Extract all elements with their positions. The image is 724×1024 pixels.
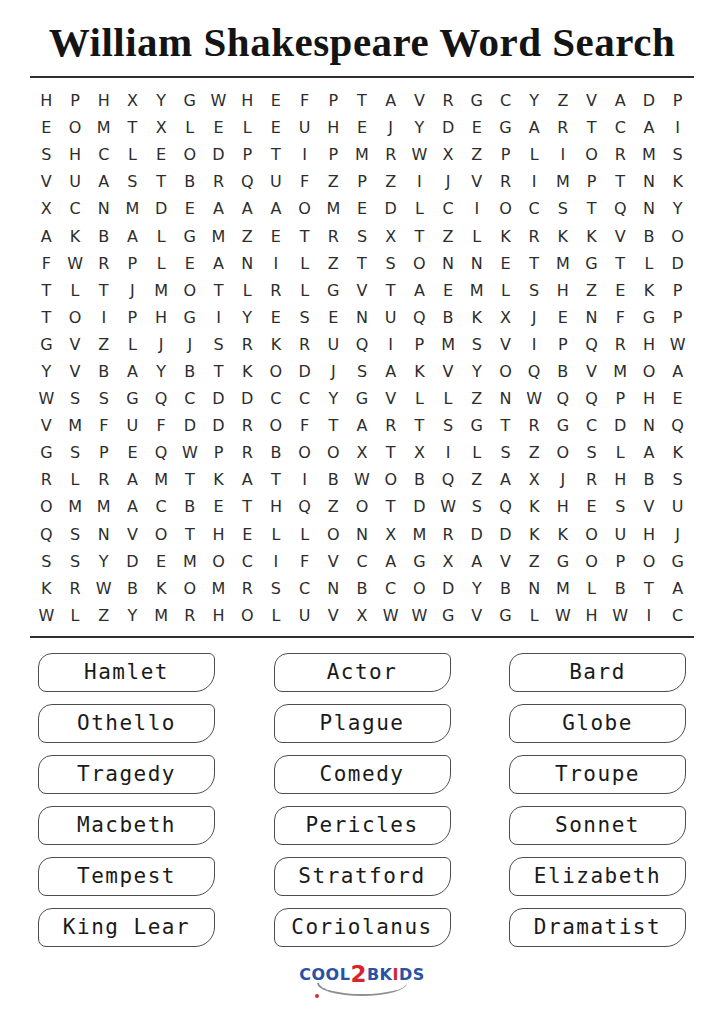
grid-cell[interactable]: B xyxy=(319,466,348,493)
grid-cell[interactable]: B xyxy=(549,358,578,385)
grid-cell[interactable]: S xyxy=(118,168,147,195)
grid-cell[interactable]: M xyxy=(61,493,90,520)
grid-cell[interactable]: G xyxy=(405,548,434,575)
grid-cell[interactable]: L xyxy=(405,385,434,412)
grid-cell[interactable]: H xyxy=(233,87,262,114)
grid-cell[interactable]: S xyxy=(577,439,606,466)
grid-cell[interactable]: G xyxy=(175,222,204,249)
grid-cell[interactable]: N xyxy=(635,168,664,195)
grid-cell[interactable]: D xyxy=(434,575,463,602)
grid-cell[interactable]: Y xyxy=(462,358,491,385)
grid-cell[interactable]: H xyxy=(204,521,233,548)
grid-cell[interactable]: D xyxy=(204,141,233,168)
grid-cell[interactable]: F xyxy=(290,168,319,195)
grid-cell[interactable]: A xyxy=(118,222,147,249)
grid-cell[interactable]: H xyxy=(577,602,606,629)
grid-cell[interactable]: L xyxy=(118,141,147,168)
grid-cell[interactable]: T xyxy=(118,114,147,141)
grid-cell[interactable]: R xyxy=(204,168,233,195)
grid-cell[interactable]: V xyxy=(577,87,606,114)
grid-cell[interactable]: L xyxy=(434,385,463,412)
grid-cell[interactable]: G xyxy=(577,250,606,277)
grid-cell[interactable]: W xyxy=(175,439,204,466)
grid-cell[interactable]: X xyxy=(405,439,434,466)
word-chip-troupe[interactable]: Troupe xyxy=(509,755,686,794)
grid-cell[interactable]: R xyxy=(32,466,61,493)
grid-cell[interactable]: Z xyxy=(434,222,463,249)
grid-cell[interactable]: V xyxy=(32,412,61,439)
grid-cell[interactable]: Z xyxy=(89,331,118,358)
grid-cell[interactable]: Q xyxy=(290,493,319,520)
grid-cell[interactable]: N xyxy=(520,575,549,602)
grid-cell[interactable]: Y xyxy=(405,114,434,141)
grid-cell[interactable]: C xyxy=(491,87,520,114)
grid-cell[interactable]: L xyxy=(290,250,319,277)
grid-cell[interactable]: E xyxy=(32,114,61,141)
grid-cell[interactable]: A xyxy=(118,358,147,385)
grid-cell[interactable]: Y xyxy=(147,358,176,385)
grid-cell[interactable]: Z xyxy=(462,466,491,493)
grid-cell[interactable]: O xyxy=(290,195,319,222)
grid-cell[interactable]: A xyxy=(376,548,405,575)
grid-cell[interactable]: T xyxy=(348,87,377,114)
grid-cell[interactable]: I xyxy=(262,548,291,575)
grid-cell[interactable]: O xyxy=(635,358,664,385)
grid-cell[interactable]: A xyxy=(233,195,262,222)
grid-cell[interactable]: V xyxy=(635,493,664,520)
word-chip-actor[interactable]: Actor xyxy=(274,653,451,692)
grid-cell[interactable]: P xyxy=(61,87,90,114)
grid-cell[interactable]: C xyxy=(348,548,377,575)
grid-cell[interactable]: W xyxy=(606,602,635,629)
grid-cell[interactable]: D xyxy=(606,412,635,439)
grid-cell[interactable]: I xyxy=(549,141,578,168)
grid-cell[interactable]: A xyxy=(204,250,233,277)
grid-cell[interactable]: M xyxy=(405,521,434,548)
grid-cell[interactable]: G xyxy=(549,412,578,439)
grid-cell[interactable]: C xyxy=(147,493,176,520)
grid-cell[interactable]: N xyxy=(635,195,664,222)
grid-cell[interactable]: H xyxy=(606,466,635,493)
grid-cell[interactable]: B xyxy=(635,222,664,249)
grid-cell[interactable]: M xyxy=(147,277,176,304)
grid-cell[interactable]: Q xyxy=(405,304,434,331)
grid-cell[interactable]: I xyxy=(520,331,549,358)
word-chip-coriolanus[interactable]: Coriolanus xyxy=(274,908,451,947)
grid-cell[interactable]: R xyxy=(233,575,262,602)
grid-cell[interactable]: L xyxy=(520,602,549,629)
grid-cell[interactable]: T xyxy=(635,575,664,602)
grid-cell[interactable]: Y xyxy=(520,87,549,114)
grid-cell[interactable]: M xyxy=(61,412,90,439)
grid-cell[interactable]: S xyxy=(89,385,118,412)
grid-cell[interactable]: T xyxy=(319,412,348,439)
grid-cell[interactable]: Q xyxy=(577,331,606,358)
grid-cell[interactable]: L xyxy=(147,250,176,277)
grid-cell[interactable]: N xyxy=(233,250,262,277)
grid-cell[interactable]: R xyxy=(606,141,635,168)
grid-cell[interactable]: H xyxy=(147,304,176,331)
grid-cell[interactable]: E xyxy=(262,87,291,114)
grid-cell[interactable]: G xyxy=(32,439,61,466)
grid-cell[interactable]: E xyxy=(147,548,176,575)
grid-cell[interactable]: M xyxy=(635,141,664,168)
grid-cell[interactable]: G xyxy=(319,277,348,304)
grid-cell[interactable]: A xyxy=(376,358,405,385)
grid-cell[interactable]: N xyxy=(89,521,118,548)
word-chip-tempest[interactable]: Tempest xyxy=(38,857,215,896)
grid-cell[interactable]: E xyxy=(262,222,291,249)
grid-cell[interactable]: B xyxy=(89,222,118,249)
grid-cell[interactable]: O xyxy=(348,493,377,520)
grid-cell[interactable]: T xyxy=(405,222,434,249)
grid-cell[interactable]: Y xyxy=(89,548,118,575)
grid-cell[interactable]: T xyxy=(175,521,204,548)
grid-cell[interactable]: G xyxy=(118,385,147,412)
grid-cell[interactable]: D xyxy=(204,412,233,439)
grid-cell[interactable]: V xyxy=(405,87,434,114)
grid-cell[interactable]: N xyxy=(635,412,664,439)
grid-cell[interactable]: T xyxy=(290,222,319,249)
grid-cell[interactable]: H xyxy=(262,493,291,520)
grid-cell[interactable]: K xyxy=(462,304,491,331)
grid-cell[interactable]: O xyxy=(376,466,405,493)
grid-cell[interactable]: D xyxy=(663,250,692,277)
grid-cell[interactable]: R xyxy=(520,222,549,249)
grid-cell[interactable]: R xyxy=(376,412,405,439)
grid-cell[interactable]: O xyxy=(577,521,606,548)
grid-cell[interactable]: A xyxy=(376,87,405,114)
grid-cell[interactable]: J xyxy=(663,521,692,548)
grid-cell[interactable]: D xyxy=(635,87,664,114)
grid-cell[interactable]: P xyxy=(549,331,578,358)
grid-cell[interactable]: Q xyxy=(147,439,176,466)
grid-cell[interactable]: O xyxy=(635,548,664,575)
grid-cell[interactable]: Q xyxy=(606,195,635,222)
grid-cell[interactable]: P xyxy=(233,141,262,168)
grid-cell[interactable]: F xyxy=(290,87,319,114)
grid-cell[interactable]: H xyxy=(32,87,61,114)
grid-cell[interactable]: P xyxy=(319,87,348,114)
grid-cell[interactable]: E xyxy=(549,304,578,331)
grid-cell[interactable]: Y xyxy=(118,602,147,629)
grid-cell[interactable]: H xyxy=(89,87,118,114)
grid-cell[interactable]: K xyxy=(549,521,578,548)
grid-cell[interactable]: T xyxy=(32,277,61,304)
grid-cell[interactable]: L xyxy=(491,277,520,304)
grid-cell[interactable]: N xyxy=(319,575,348,602)
grid-cell[interactable]: R xyxy=(89,466,118,493)
grid-cell[interactable]: W xyxy=(348,466,377,493)
grid-cell[interactable]: X xyxy=(376,521,405,548)
grid-cell[interactable]: H xyxy=(61,141,90,168)
grid-cell[interactable]: R xyxy=(434,521,463,548)
grid-cell[interactable]: T xyxy=(147,168,176,195)
grid-cell[interactable]: G xyxy=(635,304,664,331)
word-chip-sonnet[interactable]: Sonnet xyxy=(509,806,686,845)
grid-cell[interactable]: F xyxy=(290,548,319,575)
grid-cell[interactable]: S xyxy=(32,548,61,575)
grid-cell[interactable]: N xyxy=(348,521,377,548)
grid-cell[interactable]: O xyxy=(290,439,319,466)
grid-cell[interactable]: L xyxy=(233,277,262,304)
grid-cell[interactable]: L xyxy=(290,277,319,304)
grid-cell[interactable]: G xyxy=(462,412,491,439)
grid-cell[interactable]: O xyxy=(319,439,348,466)
grid-cell[interactable]: W xyxy=(549,602,578,629)
grid-cell[interactable]: S xyxy=(32,141,61,168)
grid-cell[interactable]: Q xyxy=(32,521,61,548)
grid-cell[interactable]: H xyxy=(635,385,664,412)
grid-cell[interactable]: B xyxy=(491,575,520,602)
grid-cell[interactable]: R xyxy=(319,222,348,249)
grid-cell[interactable]: H xyxy=(549,277,578,304)
grid-cell[interactable]: B xyxy=(89,358,118,385)
grid-cell[interactable]: Y xyxy=(319,385,348,412)
grid-cell[interactable]: A xyxy=(89,168,118,195)
grid-cell[interactable]: L xyxy=(405,195,434,222)
word-chip-pericles[interactable]: Pericles xyxy=(274,806,451,845)
grid-cell[interactable]: N xyxy=(462,250,491,277)
grid-cell[interactable]: U xyxy=(290,602,319,629)
grid-cell[interactable]: Y xyxy=(462,575,491,602)
grid-cell[interactable]: Z xyxy=(319,250,348,277)
grid-cell[interactable]: L xyxy=(520,141,549,168)
grid-cell[interactable]: R xyxy=(233,439,262,466)
word-chip-dramatist[interactable]: Dramatist xyxy=(509,908,686,947)
grid-cell[interactable]: N xyxy=(577,304,606,331)
grid-cell[interactable]: W xyxy=(663,331,692,358)
grid-cell[interactable]: A xyxy=(204,195,233,222)
grid-cell[interactable]: O xyxy=(262,358,291,385)
grid-cell[interactable]: S xyxy=(462,493,491,520)
word-chip-hamlet[interactable]: Hamlet xyxy=(38,653,215,692)
grid-cell[interactable]: L xyxy=(635,250,664,277)
grid-cell[interactable]: U xyxy=(376,304,405,331)
grid-cell[interactable]: Z xyxy=(89,602,118,629)
grid-cell[interactable]: S xyxy=(462,331,491,358)
grid-cell[interactable]: W xyxy=(405,141,434,168)
grid-cell[interactable]: B xyxy=(262,439,291,466)
grid-cell[interactable]: A xyxy=(520,114,549,141)
grid-cell[interactable]: U xyxy=(290,114,319,141)
grid-cell[interactable]: X xyxy=(32,195,61,222)
grid-cell[interactable]: U xyxy=(663,493,692,520)
grid-cell[interactable]: X xyxy=(434,141,463,168)
grid-cell[interactable]: J xyxy=(175,331,204,358)
grid-cell[interactable]: P xyxy=(606,385,635,412)
grid-cell[interactable]: B xyxy=(606,575,635,602)
grid-cell[interactable]: E xyxy=(204,114,233,141)
grid-cell[interactable]: S xyxy=(663,466,692,493)
grid-cell[interactable]: K xyxy=(32,575,61,602)
grid-cell[interactable]: U xyxy=(606,521,635,548)
grid-cell[interactable]: C xyxy=(577,412,606,439)
grid-cell[interactable]: X xyxy=(348,602,377,629)
grid-cell[interactable]: S xyxy=(434,412,463,439)
grid-cell[interactable]: R xyxy=(61,575,90,602)
grid-cell[interactable]: N xyxy=(348,304,377,331)
grid-cell[interactable]: T xyxy=(233,493,262,520)
grid-cell[interactable]: O xyxy=(577,548,606,575)
grid-cell[interactable]: L xyxy=(61,277,90,304)
grid-cell[interactable]: A xyxy=(405,277,434,304)
grid-cell[interactable]: R xyxy=(376,141,405,168)
grid-cell[interactable]: M xyxy=(175,548,204,575)
grid-cell[interactable]: Q xyxy=(491,493,520,520)
grid-cell[interactable]: M xyxy=(348,141,377,168)
grid-cell[interactable]: S xyxy=(348,222,377,249)
grid-cell[interactable]: K xyxy=(577,222,606,249)
grid-cell[interactable]: D xyxy=(462,521,491,548)
grid-cell[interactable]: K xyxy=(61,222,90,249)
grid-cell[interactable]: P xyxy=(89,439,118,466)
grid-cell[interactable]: T xyxy=(204,277,233,304)
grid-cell[interactable]: L xyxy=(147,222,176,249)
grid-cell[interactable]: I xyxy=(434,439,463,466)
grid-cell[interactable]: Z xyxy=(319,168,348,195)
grid-cell[interactable]: V xyxy=(577,358,606,385)
grid-cell[interactable]: Z xyxy=(520,548,549,575)
grid-cell[interactable]: V xyxy=(462,602,491,629)
grid-cell[interactable]: W xyxy=(376,602,405,629)
grid-cell[interactable]: W xyxy=(32,602,61,629)
grid-cell[interactable]: M xyxy=(204,575,233,602)
word-chip-king-lear[interactable]: King Lear xyxy=(38,908,215,947)
grid-cell[interactable]: W xyxy=(520,385,549,412)
grid-cell[interactable]: C xyxy=(262,385,291,412)
grid-cell[interactable]: B xyxy=(405,466,434,493)
grid-cell[interactable]: R xyxy=(175,602,204,629)
grid-cell[interactable]: A xyxy=(118,466,147,493)
grid-cell[interactable]: S xyxy=(348,358,377,385)
grid-cell[interactable]: K xyxy=(233,358,262,385)
grid-cell[interactable]: J xyxy=(147,331,176,358)
grid-cell[interactable]: L xyxy=(61,466,90,493)
grid-cell[interactable]: V xyxy=(491,331,520,358)
grid-cell[interactable]: W xyxy=(434,493,463,520)
grid-cell[interactable]: F xyxy=(290,412,319,439)
grid-cell[interactable]: J xyxy=(118,277,147,304)
grid-cell[interactable]: P xyxy=(118,304,147,331)
grid-cell[interactable]: W xyxy=(61,250,90,277)
grid-cell[interactable]: E xyxy=(348,114,377,141)
grid-cell[interactable]: O xyxy=(233,602,262,629)
grid-cell[interactable]: O xyxy=(319,521,348,548)
grid-cell[interactable]: E xyxy=(491,250,520,277)
grid-cell[interactable]: I xyxy=(290,141,319,168)
grid-cell[interactable]: J xyxy=(434,168,463,195)
grid-cell[interactable]: I xyxy=(204,304,233,331)
grid-cell[interactable]: G xyxy=(175,304,204,331)
grid-cell[interactable]: D xyxy=(204,385,233,412)
grid-cell[interactable]: H xyxy=(635,521,664,548)
grid-cell[interactable]: K xyxy=(147,575,176,602)
grid-cell[interactable]: W xyxy=(204,87,233,114)
grid-cell[interactable]: L xyxy=(118,331,147,358)
grid-cell[interactable]: V xyxy=(491,548,520,575)
word-chip-globe[interactable]: Globe xyxy=(509,704,686,743)
grid-cell[interactable]: Q xyxy=(348,331,377,358)
grid-cell[interactable]: B xyxy=(118,575,147,602)
grid-cell[interactable]: A xyxy=(663,575,692,602)
grid-cell[interactable]: O xyxy=(663,222,692,249)
grid-cell[interactable]: T xyxy=(577,114,606,141)
grid-cell[interactable]: D xyxy=(118,548,147,575)
grid-cell[interactable]: O xyxy=(491,358,520,385)
grid-cell[interactable]: T xyxy=(376,493,405,520)
grid-cell[interactable]: M xyxy=(462,277,491,304)
grid-cell[interactable]: D xyxy=(405,493,434,520)
grid-cell[interactable]: M xyxy=(147,602,176,629)
grid-cell[interactable]: T xyxy=(376,277,405,304)
grid-cell[interactable]: Q xyxy=(520,358,549,385)
grid-cell[interactable]: R xyxy=(89,250,118,277)
grid-cell[interactable]: O xyxy=(549,439,578,466)
grid-cell[interactable]: A xyxy=(348,412,377,439)
grid-cell[interactable]: C xyxy=(290,575,319,602)
grid-cell[interactable]: C xyxy=(175,385,204,412)
grid-cell[interactable]: M xyxy=(549,575,578,602)
grid-cell[interactable]: P xyxy=(663,277,692,304)
grid-cell[interactable]: D xyxy=(233,385,262,412)
grid-cell[interactable]: Q xyxy=(577,385,606,412)
grid-cell[interactable]: I xyxy=(520,168,549,195)
grid-cell[interactable]: K xyxy=(549,222,578,249)
grid-cell[interactable]: W xyxy=(89,575,118,602)
grid-cell[interactable]: L xyxy=(262,602,291,629)
grid-cell[interactable]: X xyxy=(520,466,549,493)
grid-cell[interactable]: P xyxy=(319,141,348,168)
grid-cell[interactable]: G xyxy=(348,385,377,412)
grid-cell[interactable]: H xyxy=(549,493,578,520)
grid-cell[interactable]: M xyxy=(434,331,463,358)
grid-cell[interactable]: S xyxy=(204,331,233,358)
grid-cell[interactable]: D xyxy=(491,521,520,548)
grid-cell[interactable]: V xyxy=(118,521,147,548)
grid-cell[interactable]: R xyxy=(434,87,463,114)
grid-cell[interactable]: E xyxy=(434,277,463,304)
grid-cell[interactable]: G xyxy=(663,548,692,575)
grid-cell[interactable]: V xyxy=(32,168,61,195)
grid-cell[interactable]: R xyxy=(262,277,291,304)
grid-cell[interactable]: U xyxy=(61,168,90,195)
grid-cell[interactable]: I xyxy=(635,602,664,629)
grid-cell[interactable]: X xyxy=(147,114,176,141)
grid-cell[interactable]: K xyxy=(663,168,692,195)
grid-cell[interactable]: A xyxy=(635,114,664,141)
grid-cell[interactable]: P xyxy=(405,331,434,358)
grid-cell[interactable]: O xyxy=(405,250,434,277)
grid-cell[interactable]: Q xyxy=(147,385,176,412)
grid-cell[interactable]: J xyxy=(376,114,405,141)
grid-cell[interactable]: P xyxy=(204,439,233,466)
grid-cell[interactable]: N xyxy=(491,385,520,412)
grid-cell[interactable]: L xyxy=(462,439,491,466)
grid-cell[interactable]: E xyxy=(663,385,692,412)
grid-cell[interactable]: I xyxy=(376,331,405,358)
grid-cell[interactable]: S xyxy=(549,195,578,222)
grid-cell[interactable]: S xyxy=(61,439,90,466)
grid-cell[interactable]: L xyxy=(577,575,606,602)
grid-cell[interactable]: O xyxy=(491,195,520,222)
grid-cell[interactable]: L xyxy=(262,521,291,548)
grid-cell[interactable]: M xyxy=(319,195,348,222)
grid-cell[interactable]: Y xyxy=(32,358,61,385)
grid-cell[interactable]: V xyxy=(348,277,377,304)
grid-cell[interactable]: O xyxy=(262,412,291,439)
grid-cell[interactable]: C xyxy=(434,195,463,222)
